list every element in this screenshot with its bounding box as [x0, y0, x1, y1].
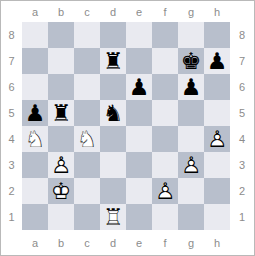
square-a5[interactable]: ♟ [22, 100, 48, 126]
square-b8[interactable] [48, 22, 74, 48]
white-pawn[interactable]: ♟♙ [48, 152, 74, 178]
rank-label-right-4: 4 [230, 126, 254, 152]
rank-label-left-2: 2 [1, 178, 22, 204]
square-e3[interactable] [126, 152, 152, 178]
black-rook[interactable]: ♜ [48, 100, 74, 126]
black-knight-glyph: ♞ [100, 100, 126, 126]
square-e5[interactable] [126, 100, 152, 126]
square-e2[interactable] [126, 178, 152, 204]
white-rook[interactable]: ♜♖ [100, 204, 126, 230]
white-rook-outline-glyph: ♖ [100, 204, 126, 230]
file-label-bottom-a: a [22, 230, 48, 255]
square-f8[interactable] [152, 22, 178, 48]
white-pawn-outline-glyph: ♙ [48, 152, 74, 178]
square-f1[interactable] [152, 204, 178, 230]
square-g2[interactable] [178, 178, 204, 204]
square-a1[interactable] [22, 204, 48, 230]
chess-diagram: abcdefgh887♜♚♟76♟♟65♟♜♞54♞♘♞♘♟♙43♟♙♟♙32♚… [0, 0, 255, 256]
black-pawn-glyph: ♟ [178, 74, 204, 100]
square-f2[interactable]: ♟♙ [152, 178, 178, 204]
square-a6[interactable] [22, 74, 48, 100]
square-g3[interactable]: ♟♙ [178, 152, 204, 178]
rank-label-right-8: 8 [230, 22, 254, 48]
black-rook-glyph: ♜ [100, 48, 126, 74]
black-pawn[interactable]: ♟ [22, 100, 48, 126]
rank-label-right-3: 3 [230, 152, 254, 178]
square-e7[interactable] [126, 48, 152, 74]
square-g4[interactable] [178, 126, 204, 152]
black-king-glyph: ♚ [178, 48, 204, 74]
file-label-top-f: f [152, 1, 178, 22]
file-label-top-c: c [74, 1, 100, 22]
board-corner-spacer [1, 230, 22, 255]
rank-label-left-4: 4 [1, 126, 22, 152]
square-h2[interactable] [204, 178, 230, 204]
rank-label-left-3: 3 [1, 152, 22, 178]
square-h3[interactable] [204, 152, 230, 178]
rank-label-right-7: 7 [230, 48, 254, 74]
rank-label-left-7: 7 [1, 48, 22, 74]
file-label-bottom-d: d [100, 230, 126, 255]
square-f5[interactable] [152, 100, 178, 126]
square-c8[interactable] [74, 22, 100, 48]
square-d7[interactable]: ♜ [100, 48, 126, 74]
white-knight[interactable]: ♞♘ [74, 126, 100, 152]
file-label-top-a: a [22, 1, 48, 22]
black-pawn-glyph: ♟ [204, 48, 230, 74]
black-rook[interactable]: ♜ [100, 48, 126, 74]
file-label-bottom-f: f [152, 230, 178, 255]
white-pawn-outline-glyph: ♙ [152, 178, 178, 204]
square-a3[interactable] [22, 152, 48, 178]
square-d1[interactable]: ♜♖ [100, 204, 126, 230]
file-label-top-g: g [178, 1, 204, 22]
board-corner-spacer [230, 230, 254, 255]
square-a2[interactable] [22, 178, 48, 204]
file-label-top-d: d [100, 1, 126, 22]
square-e8[interactable] [126, 22, 152, 48]
file-label-top-e: e [126, 1, 152, 22]
rank-label-left-6: 6 [1, 74, 22, 100]
black-knight[interactable]: ♞ [100, 100, 126, 126]
square-a7[interactable] [22, 48, 48, 74]
square-g1[interactable] [178, 204, 204, 230]
square-d3[interactable] [100, 152, 126, 178]
square-h6[interactable] [204, 74, 230, 100]
square-b4[interactable] [48, 126, 74, 152]
rank-label-left-5: 5 [1, 100, 22, 126]
square-c3[interactable] [74, 152, 100, 178]
file-label-bottom-b: b [48, 230, 74, 255]
square-h1[interactable] [204, 204, 230, 230]
square-g7[interactable]: ♚ [178, 48, 204, 74]
square-c6[interactable] [74, 74, 100, 100]
square-f3[interactable] [152, 152, 178, 178]
square-b5[interactable]: ♜ [48, 100, 74, 126]
square-b1[interactable] [48, 204, 74, 230]
file-label-top-h: h [204, 1, 230, 22]
white-knight[interactable]: ♞♘ [22, 126, 48, 152]
square-g8[interactable] [178, 22, 204, 48]
square-f4[interactable] [152, 126, 178, 152]
square-c5[interactable] [74, 100, 100, 126]
board-corner-spacer [1, 1, 22, 22]
square-h8[interactable] [204, 22, 230, 48]
board-corner-spacer [230, 1, 254, 22]
white-king-outline-glyph: ♔ [48, 178, 74, 204]
white-pawn[interactable]: ♟♙ [178, 152, 204, 178]
square-d5[interactable]: ♞ [100, 100, 126, 126]
rank-label-right-2: 2 [230, 178, 254, 204]
black-king[interactable]: ♚ [178, 48, 204, 74]
black-rook-glyph: ♜ [48, 100, 74, 126]
white-pawn[interactable]: ♟♙ [152, 178, 178, 204]
square-e6[interactable]: ♟ [126, 74, 152, 100]
square-e1[interactable] [126, 204, 152, 230]
black-pawn[interactable]: ♟ [126, 74, 152, 100]
square-e4[interactable] [126, 126, 152, 152]
rank-label-right-5: 5 [230, 100, 254, 126]
rank-label-left-8: 8 [1, 22, 22, 48]
file-label-bottom-c: c [74, 230, 100, 255]
square-b7[interactable] [48, 48, 74, 74]
white-pawn[interactable]: ♟♙ [204, 126, 230, 152]
black-pawn[interactable]: ♟ [204, 48, 230, 74]
square-h4[interactable]: ♟♙ [204, 126, 230, 152]
white-pawn-outline-glyph: ♙ [204, 126, 230, 152]
rank-label-left-1: 1 [1, 204, 22, 230]
square-g6[interactable]: ♟ [178, 74, 204, 100]
square-d4[interactable] [100, 126, 126, 152]
white-king[interactable]: ♚♔ [48, 178, 74, 204]
square-c7[interactable] [74, 48, 100, 74]
square-h5[interactable] [204, 100, 230, 126]
square-g5[interactable] [178, 100, 204, 126]
square-d2[interactable] [100, 178, 126, 204]
black-pawn-glyph: ♟ [22, 100, 48, 126]
square-d8[interactable] [100, 22, 126, 48]
square-a8[interactable] [22, 22, 48, 48]
square-h7[interactable]: ♟ [204, 48, 230, 74]
square-c4[interactable]: ♞♘ [74, 126, 100, 152]
rank-label-right-6: 6 [230, 74, 254, 100]
file-label-bottom-e: e [126, 230, 152, 255]
square-c1[interactable] [74, 204, 100, 230]
square-f6[interactable] [152, 74, 178, 100]
square-b6[interactable] [48, 74, 74, 100]
white-knight-outline-glyph: ♘ [74, 126, 100, 152]
file-label-bottom-h: h [204, 230, 230, 255]
square-c2[interactable] [74, 178, 100, 204]
square-b2[interactable]: ♚♔ [48, 178, 74, 204]
rank-label-right-1: 1 [230, 204, 254, 230]
square-a4[interactable]: ♞♘ [22, 126, 48, 152]
square-f7[interactable] [152, 48, 178, 74]
white-knight-outline-glyph: ♘ [22, 126, 48, 152]
square-d6[interactable] [100, 74, 126, 100]
file-label-bottom-g: g [178, 230, 204, 255]
file-label-top-b: b [48, 1, 74, 22]
black-pawn-glyph: ♟ [126, 74, 152, 100]
black-pawn[interactable]: ♟ [178, 74, 204, 100]
white-pawn-outline-glyph: ♙ [178, 152, 204, 178]
square-b3[interactable]: ♟♙ [48, 152, 74, 178]
